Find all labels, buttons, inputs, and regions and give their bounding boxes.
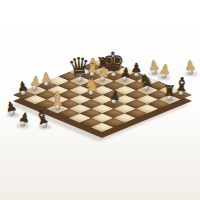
piece-ball-base: [55, 105, 60, 109]
piece-ball-base: [44, 82, 49, 86]
piece-ball-base: [178, 91, 183, 95]
pieces-layer: ♟♝♜♚♟♞♜♝♟♛♞♟♟♟♟♝♟♟♝♟♟♟: [0, 0, 200, 200]
piece-ball-base: [100, 77, 105, 81]
piece-ball-base: [21, 91, 27, 96]
piece-ball-base: [78, 77, 83, 81]
chess-set-photo: ♟♝♜♚♟♞♜♝♟♛♞♟♟♟♟♝♟♟♝♟♟♟: [0, 0, 200, 200]
piece-ball-base: [21, 122, 27, 127]
piece-ball-base: [111, 100, 116, 105]
piece-ball-base: [162, 74, 167, 79]
piece-ball-base: [123, 77, 128, 81]
